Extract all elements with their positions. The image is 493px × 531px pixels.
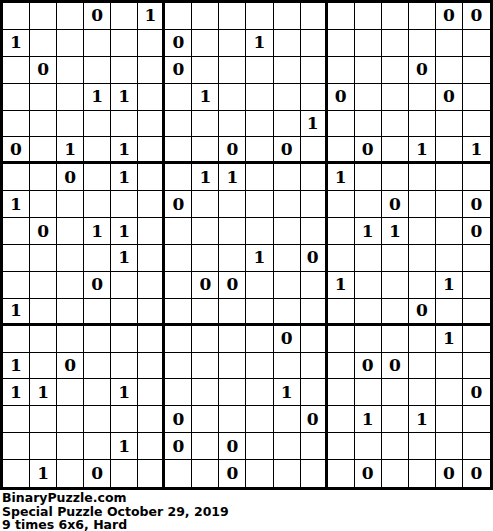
cell-r11c5-empty[interactable] [111,272,138,299]
cell-r10c8-empty[interactable] [192,245,219,272]
cell-r14c17-empty[interactable] [436,353,463,380]
cell-r8c8-empty[interactable] [192,191,219,218]
cell-r8c9-empty[interactable] [219,191,246,218]
cell-r1c10-empty[interactable] [246,3,273,30]
cell-r12c16-given: 0 [409,299,436,326]
cell-r15c14-empty[interactable] [355,379,382,406]
cell-r10c18-empty[interactable] [463,245,490,272]
cell-r15c7-empty[interactable] [165,379,192,406]
cell-r15c15-empty[interactable] [382,379,409,406]
cell-r14c14-given: 0 [355,353,382,380]
cell-r7c15-empty[interactable] [382,164,409,191]
cell-r17c12-empty[interactable] [301,433,328,460]
cell-r11c2-empty[interactable] [30,272,57,299]
cell-r12c3-empty[interactable] [57,299,84,326]
cell-r16c2-empty[interactable] [30,406,57,433]
cell-r6c15-empty[interactable] [382,137,409,164]
cell-r9c15-given: 1 [382,218,409,245]
cell-r6c7-empty[interactable] [165,137,192,164]
cell-r8c4-empty[interactable] [84,191,111,218]
cell-r3c16-given: 0 [409,57,436,84]
cell-r11c9-given: 0 [219,272,246,299]
cell-r7c17-empty[interactable] [436,164,463,191]
cell-r6c12-empty[interactable] [301,137,328,164]
cell-r15c12-empty[interactable] [301,379,328,406]
cell-r10c11-empty[interactable] [274,245,301,272]
cell-r1c8-empty[interactable] [192,3,219,30]
cell-r18c12-empty[interactable] [301,460,328,487]
cell-r3c12-empty[interactable] [301,57,328,84]
cell-r2c9-empty[interactable] [219,30,246,57]
cell-r2c13-empty[interactable] [328,30,355,57]
cell-r7c7-empty[interactable] [165,164,192,191]
cell-r6c18-given: 1 [463,137,490,164]
cell-r16c3-empty[interactable] [57,406,84,433]
cell-r9c6-empty[interactable] [138,218,165,245]
cell-r18c7-empty[interactable] [165,460,192,487]
cell-r1c6-given: 1 [138,3,165,30]
footer: BinaryPuzzle.com Special Puzzle October … [0,490,493,531]
cell-r4c7-empty[interactable] [165,84,192,111]
cell-r11c17-given: 1 [436,272,463,299]
cell-r5c13-empty[interactable] [328,111,355,138]
cell-r13c12-empty[interactable] [301,326,328,353]
cell-r12c5-empty[interactable] [111,299,138,326]
cell-r8c5-empty[interactable] [111,191,138,218]
cell-r16c14-given: 1 [355,406,382,433]
cell-r6c16-given: 1 [409,137,436,164]
cell-r8c18-given: 0 [463,191,490,218]
cell-r17c15-empty[interactable] [382,433,409,460]
cell-r2c2-empty[interactable] [30,30,57,57]
cell-r5c17-empty[interactable] [436,111,463,138]
cell-r8c3-empty[interactable] [57,191,84,218]
cell-r1c4-given: 0 [84,3,111,30]
cell-r4c10-empty[interactable] [246,84,273,111]
cell-r10c13-empty[interactable] [328,245,355,272]
cell-r14c8-empty[interactable] [192,353,219,380]
cell-r14c5-empty[interactable] [111,353,138,380]
cell-r5c9-empty[interactable] [219,111,246,138]
cell-r4c4-given: 1 [84,84,111,111]
cell-r4c1-empty[interactable] [3,84,30,111]
cell-r12c10-empty[interactable] [246,299,273,326]
cell-r3c9-empty[interactable] [219,57,246,84]
cell-r4c2-empty[interactable] [30,84,57,111]
cell-r4c11-empty[interactable] [274,84,301,111]
cell-r8c16-empty[interactable] [409,191,436,218]
cell-r12c13-empty[interactable] [328,299,355,326]
cell-r8c17-empty[interactable] [436,191,463,218]
cell-r9c10-empty[interactable] [246,218,273,245]
cell-r16c12-given: 0 [301,406,328,433]
cell-r16c17-empty[interactable] [436,406,463,433]
cell-r15c16-empty[interactable] [409,379,436,406]
cell-r3c11-empty[interactable] [274,57,301,84]
cell-r17c16-empty[interactable] [409,433,436,460]
cell-r12c7-empty[interactable] [165,299,192,326]
cell-r8c14-empty[interactable] [355,191,382,218]
cell-r7c13-given: 1 [328,164,355,191]
cell-r2c6-empty[interactable] [138,30,165,57]
cell-r2c17-empty[interactable] [436,30,463,57]
cell-r2c15-empty[interactable] [382,30,409,57]
cell-r11c18-empty[interactable] [463,272,490,299]
cell-r13c17-given: 1 [436,326,463,353]
cell-r1c3-empty[interactable] [57,3,84,30]
cell-r15c10-empty[interactable] [246,379,273,406]
cell-r12c4-empty[interactable] [84,299,111,326]
cell-r17c2-empty[interactable] [30,433,57,460]
cell-r8c7-given: 0 [165,191,192,218]
cell-r17c10-empty[interactable] [246,433,273,460]
cell-r7c14-empty[interactable] [355,164,382,191]
cell-r17c11-empty[interactable] [274,433,301,460]
cell-r8c11-empty[interactable] [274,191,301,218]
cell-r18c16-empty[interactable] [409,460,436,487]
cell-r16c9-empty[interactable] [219,406,246,433]
cell-r5c10-empty[interactable] [246,111,273,138]
cell-r14c9-empty[interactable] [219,353,246,380]
cell-r1c5-empty[interactable] [111,3,138,30]
cell-r3c17-empty[interactable] [436,57,463,84]
cell-r16c11-empty[interactable] [274,406,301,433]
cell-r14c13-empty[interactable] [328,353,355,380]
cell-r10c17-empty[interactable] [436,245,463,272]
cell-r13c4-empty[interactable] [84,326,111,353]
cell-r4c18-empty[interactable] [463,84,490,111]
cell-r18c11-empty[interactable] [274,460,301,487]
footer-site: BinaryPuzzle.com [2,491,493,505]
cell-r16c1-empty[interactable] [3,406,30,433]
cell-r5c3-empty[interactable] [57,111,84,138]
cell-r13c1-empty[interactable] [3,326,30,353]
cell-r13c6-empty[interactable] [138,326,165,353]
cell-r16c4-empty[interactable] [84,406,111,433]
cell-r5c8-empty[interactable] [192,111,219,138]
cell-r17c6-empty[interactable] [138,433,165,460]
cell-r3c6-empty[interactable] [138,57,165,84]
cell-r14c4-empty[interactable] [84,353,111,380]
cell-r1c17-given: 0 [436,3,463,30]
cell-r4c3-empty[interactable] [57,84,84,111]
cell-r10c3-empty[interactable] [57,245,84,272]
cell-r10c7-empty[interactable] [165,245,192,272]
cell-r12c15-empty[interactable] [382,299,409,326]
cell-r5c1-empty[interactable] [3,111,30,138]
footer-subtitle: 9 times 6x6, Hard [2,518,493,531]
cell-r7c5-given: 1 [111,164,138,191]
cell-r11c14-empty[interactable] [355,272,382,299]
cell-r7c11-empty[interactable] [274,164,301,191]
cell-r18c2-given: 1 [30,460,57,487]
cell-r13c13-empty[interactable] [328,326,355,353]
cell-r7c10-empty[interactable] [246,164,273,191]
cell-r13c11-given: 0 [274,326,301,353]
cell-r8c2-empty[interactable] [30,191,57,218]
cell-r3c8-empty[interactable] [192,57,219,84]
cell-r15c2-given: 1 [30,379,57,406]
cell-r2c5-empty[interactable] [111,30,138,57]
cell-r9c5-given: 1 [111,218,138,245]
cell-r10c10-given: 1 [246,245,273,272]
cell-r3c1-empty[interactable] [3,57,30,84]
cell-r16c5-empty[interactable] [111,406,138,433]
cell-r9c13-empty[interactable] [328,218,355,245]
cell-r4c9-empty[interactable] [219,84,246,111]
cell-r3c10-empty[interactable] [246,57,273,84]
cell-r14c2-empty[interactable] [30,353,57,380]
cell-r10c9-empty[interactable] [219,245,246,272]
cell-r14c3-given: 0 [57,353,84,380]
cell-r5c6-empty[interactable] [138,111,165,138]
cell-r9c1-empty[interactable] [3,218,30,245]
cell-r13c5-empty[interactable] [111,326,138,353]
cell-r12c1-given: 1 [3,299,30,326]
cell-r13c2-empty[interactable] [30,326,57,353]
cell-r16c7-given: 0 [165,406,192,433]
cell-r3c2-given: 0 [30,57,57,84]
cell-r8c6-empty[interactable] [138,191,165,218]
cell-r7c1-empty[interactable] [3,164,30,191]
cell-r17c13-empty[interactable] [328,433,355,460]
footer-title: Special Puzzle October 29, 2019 [2,505,493,519]
cell-r17c4-empty[interactable] [84,433,111,460]
cell-r17c18-empty[interactable] [463,433,490,460]
cell-r4c13-given: 0 [328,84,355,111]
cell-r1c7-empty[interactable] [165,3,192,30]
cell-r2c14-empty[interactable] [355,30,382,57]
cell-r11c11-empty[interactable] [274,272,301,299]
cell-r5c12-given: 1 [301,111,328,138]
cell-r3c13-empty[interactable] [328,57,355,84]
cell-r3c3-empty[interactable] [57,57,84,84]
cell-r5c14-empty[interactable] [355,111,382,138]
cell-r4c12-empty[interactable] [301,84,328,111]
puzzle-grid: 0100101000111001011000110111110000111101… [0,0,493,490]
cell-r9c4-given: 1 [84,218,111,245]
cell-r5c11-empty[interactable] [274,111,301,138]
cell-r12c9-empty[interactable] [219,299,246,326]
cell-r6c2-empty[interactable] [30,137,57,164]
cell-r3c4-empty[interactable] [84,57,111,84]
cell-r13c3-empty[interactable] [57,326,84,353]
cell-r6c14-given: 0 [355,137,382,164]
cell-r9c14-given: 1 [355,218,382,245]
cell-r2c3-empty[interactable] [57,30,84,57]
cell-r1c9-empty[interactable] [219,3,246,30]
cell-r4c16-empty[interactable] [409,84,436,111]
cell-r17c3-empty[interactable] [57,433,84,460]
cell-r7c12-empty[interactable] [301,164,328,191]
cell-r5c5-empty[interactable] [111,111,138,138]
cell-r1c13-empty[interactable] [328,3,355,30]
cell-r18c8-empty[interactable] [192,460,219,487]
cell-r7c16-empty[interactable] [409,164,436,191]
cell-r1c14-empty[interactable] [355,3,382,30]
cell-r15c17-empty[interactable] [436,379,463,406]
cell-r9c16-empty[interactable] [409,218,436,245]
cell-r13c8-empty[interactable] [192,326,219,353]
cell-r2c1-given: 1 [3,30,30,57]
cell-r10c15-empty[interactable] [382,245,409,272]
cell-r14c18-empty[interactable] [463,353,490,380]
cell-r5c2-empty[interactable] [30,111,57,138]
cell-r16c18-empty[interactable] [463,406,490,433]
cell-r13c15-empty[interactable] [382,326,409,353]
cell-r7c2-empty[interactable] [30,164,57,191]
cell-r14c11-empty[interactable] [274,353,301,380]
cell-r10c5-given: 1 [111,245,138,272]
cell-r3c18-empty[interactable] [463,57,490,84]
cell-r2c8-empty[interactable] [192,30,219,57]
cell-r17c5-given: 1 [111,433,138,460]
cell-r6c6-empty[interactable] [138,137,165,164]
cell-r8c15-given: 0 [382,191,409,218]
cell-r13c7-empty[interactable] [165,326,192,353]
cell-r13c9-empty[interactable] [219,326,246,353]
cell-r11c6-empty[interactable] [138,272,165,299]
cell-r6c10-empty[interactable] [246,137,273,164]
cell-r1c16-empty[interactable] [409,3,436,30]
cell-r12c12-empty[interactable] [301,299,328,326]
cell-r10c2-empty[interactable] [30,245,57,272]
cell-r9c17-empty[interactable] [436,218,463,245]
cell-r12c17-empty[interactable] [436,299,463,326]
cell-r5c4-empty[interactable] [84,111,111,138]
cell-r17c17-empty[interactable] [436,433,463,460]
cell-r10c14-empty[interactable] [355,245,382,272]
cell-r18c10-empty[interactable] [246,460,273,487]
cell-r18c13-empty[interactable] [328,460,355,487]
cell-r2c12-empty[interactable] [301,30,328,57]
cell-r3c15-empty[interactable] [382,57,409,84]
cell-r17c14-empty[interactable] [355,433,382,460]
cell-r16c13-empty[interactable] [328,406,355,433]
cell-r5c15-empty[interactable] [382,111,409,138]
cell-r15c4-empty[interactable] [84,379,111,406]
cell-r12c8-empty[interactable] [192,299,219,326]
cell-r3c5-empty[interactable] [111,57,138,84]
cell-r8c10-empty[interactable] [246,191,273,218]
cell-r11c12-empty[interactable] [301,272,328,299]
cell-r14c6-empty[interactable] [138,353,165,380]
cell-r7c4-empty[interactable] [84,164,111,191]
cell-r11c8-given: 0 [192,272,219,299]
cell-r5c18-empty[interactable] [463,111,490,138]
cell-r2c4-empty[interactable] [84,30,111,57]
cell-r9c11-empty[interactable] [274,218,301,245]
cell-r15c8-empty[interactable] [192,379,219,406]
cell-r17c1-empty[interactable] [3,433,30,460]
cell-r8c13-empty[interactable] [328,191,355,218]
cell-r10c16-empty[interactable] [409,245,436,272]
cell-r18c14-given: 0 [355,460,382,487]
cell-r16c15-empty[interactable] [382,406,409,433]
cell-r11c15-empty[interactable] [382,272,409,299]
cell-r18c6-empty[interactable] [138,460,165,487]
cell-r18c3-empty[interactable] [57,460,84,487]
cell-r15c9-empty[interactable] [219,379,246,406]
cell-r11c7-empty[interactable] [165,272,192,299]
cell-r10c4-empty[interactable] [84,245,111,272]
cell-r10c6-empty[interactable] [138,245,165,272]
cell-r1c12-empty[interactable] [301,3,328,30]
cell-r1c15-empty[interactable] [382,3,409,30]
cell-r12c2-empty[interactable] [30,299,57,326]
cell-r7c6-empty[interactable] [138,164,165,191]
cell-r15c11-given: 1 [274,379,301,406]
cell-r18c5-empty[interactable] [111,460,138,487]
cell-r13c18-empty[interactable] [463,326,490,353]
cell-r12c14-empty[interactable] [355,299,382,326]
cell-r8c12-empty[interactable] [301,191,328,218]
cell-r10c1-empty[interactable] [3,245,30,272]
cell-r11c3-empty[interactable] [57,272,84,299]
cell-r13c16-empty[interactable] [409,326,436,353]
cell-r11c16-empty[interactable] [409,272,436,299]
cell-r5c7-empty[interactable] [165,111,192,138]
cell-r6c4-empty[interactable] [84,137,111,164]
cell-r12c11-empty[interactable] [274,299,301,326]
cell-r15c13-empty[interactable] [328,379,355,406]
cell-r12c6-empty[interactable] [138,299,165,326]
cell-r5c16-empty[interactable] [409,111,436,138]
cell-r12c18-empty[interactable] [463,299,490,326]
cell-r7c18-empty[interactable] [463,164,490,191]
cell-r9c3-empty[interactable] [57,218,84,245]
cell-r15c18-given: 0 [463,379,490,406]
cell-r4c6-empty[interactable] [138,84,165,111]
cell-r16c10-empty[interactable] [246,406,273,433]
cell-r14c10-empty[interactable] [246,353,273,380]
cell-r6c8-empty[interactable] [192,137,219,164]
cell-r4c15-empty[interactable] [382,84,409,111]
cell-r7c8-given: 1 [192,164,219,191]
cell-r18c1-empty[interactable] [3,460,30,487]
cell-r6c17-empty[interactable] [436,137,463,164]
cell-r14c7-empty[interactable] [165,353,192,380]
cell-r4c17-given: 0 [436,84,463,111]
cell-r9c9-empty[interactable] [219,218,246,245]
cell-r14c16-empty[interactable] [409,353,436,380]
cell-r9c2-given: 0 [30,218,57,245]
cell-r14c12-empty[interactable] [301,353,328,380]
cell-r18c15-empty[interactable] [382,460,409,487]
cell-r11c10-empty[interactable] [246,272,273,299]
cell-r6c13-empty[interactable] [328,137,355,164]
cell-r13c14-empty[interactable] [355,326,382,353]
cell-r1c1-empty[interactable] [3,3,30,30]
cell-r2c18-empty[interactable] [463,30,490,57]
cell-r2c16-empty[interactable] [409,30,436,57]
cell-r15c6-empty[interactable] [138,379,165,406]
cell-r3c14-empty[interactable] [355,57,382,84]
cell-r16c8-empty[interactable] [192,406,219,433]
cell-r1c2-empty[interactable] [30,3,57,30]
cell-r9c8-empty[interactable] [192,218,219,245]
cell-r9c7-empty[interactable] [165,218,192,245]
cell-r1c11-empty[interactable] [274,3,301,30]
cell-r15c3-empty[interactable] [57,379,84,406]
cell-r11c1-empty[interactable] [3,272,30,299]
cell-r9c12-empty[interactable] [301,218,328,245]
cell-r13c10-empty[interactable] [246,326,273,353]
cell-r2c11-empty[interactable] [274,30,301,57]
cell-r17c8-empty[interactable] [192,433,219,460]
cell-r4c14-empty[interactable] [355,84,382,111]
cell-r16c6-empty[interactable] [138,406,165,433]
